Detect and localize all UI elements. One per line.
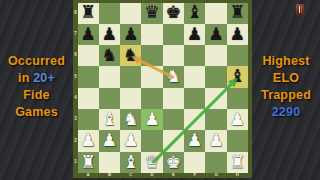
white-knight[interactable]: ♞ — [166, 68, 182, 86]
square-e1[interactable]: ♚ — [163, 152, 184, 173]
square-h3[interactable]: ♟ — [227, 109, 248, 130]
square-d7[interactable] — [141, 24, 162, 45]
square-h7[interactable]: ♟ — [227, 24, 248, 45]
square-g4[interactable] — [205, 88, 226, 109]
left-caption-line1: Occurred — [0, 53, 73, 70]
square-a3[interactable] — [78, 109, 99, 130]
square-g2[interactable]: ♟ — [205, 130, 226, 151]
square-d8[interactable]: ♛ — [141, 3, 162, 24]
square-e4[interactable] — [163, 88, 184, 109]
square-a8[interactable]: ♜ — [78, 3, 99, 24]
white-pawn[interactable]: ♟ — [229, 111, 245, 129]
file-label-H: H — [227, 173, 248, 177]
square-b1[interactable] — [99, 152, 120, 173]
square-c6[interactable]: ♞ — [120, 45, 141, 66]
left-caption-word-in: in — [18, 71, 30, 85]
file-label-F: F — [184, 173, 205, 177]
channel-logo-icon — [296, 4, 304, 15]
board-grid: ♜♛♚♝♜♟♟♟♟♟♟♞♞♞♝♝♞♟♟♟♟♟♟♟♜♝♛♚♜ — [78, 3, 249, 174]
square-d5[interactable] — [141, 66, 162, 87]
square-f5[interactable] — [184, 66, 205, 87]
right-caption-line2: ELO — [252, 70, 320, 87]
white-bishop[interactable]: ♝ — [123, 154, 139, 172]
right-caption-line1: Highest — [252, 53, 320, 70]
right-caption-line3: Trapped — [252, 87, 320, 104]
right-caption: Highest ELO Trapped 2290 — [252, 53, 320, 121]
square-d2[interactable] — [141, 130, 162, 151]
square-f6[interactable] — [184, 45, 205, 66]
square-b5[interactable] — [99, 66, 120, 87]
square-h2[interactable] — [227, 130, 248, 151]
white-pawn[interactable]: ♟ — [144, 111, 160, 129]
square-b7[interactable]: ♟ — [99, 24, 120, 45]
square-a7[interactable]: ♟ — [78, 24, 99, 45]
square-d6[interactable] — [141, 45, 162, 66]
square-b3[interactable]: ♝ — [99, 109, 120, 130]
square-f7[interactable]: ♟ — [184, 24, 205, 45]
file-label-C: C — [120, 173, 141, 177]
black-pawn[interactable]: ♟ — [208, 26, 224, 44]
black-bishop[interactable]: ♝ — [187, 4, 203, 22]
square-c5[interactable] — [120, 66, 141, 87]
black-queen[interactable]: ♛ — [144, 4, 160, 22]
square-e5[interactable]: ♞ — [163, 66, 184, 87]
square-h4[interactable] — [227, 88, 248, 109]
square-h1[interactable]: ♜ — [227, 152, 248, 173]
right-caption-elo-value: 2290 — [252, 104, 320, 121]
square-h8[interactable]: ♜ — [227, 3, 248, 24]
black-bishop[interactable]: ♝ — [229, 68, 245, 86]
square-b4[interactable] — [99, 88, 120, 109]
square-c1[interactable]: ♝ — [120, 152, 141, 173]
file-label-G: G — [205, 173, 226, 177]
square-a1[interactable]: ♜ — [78, 152, 99, 173]
file-label-A: A — [78, 173, 99, 177]
square-a5[interactable] — [78, 66, 99, 87]
chess-board: ♜♛♚♝♜♟♟♟♟♟♟♞♞♞♝♝♞♟♟♟♟♟♟♟♜♝♛♚♜ 87654321AB… — [73, 0, 252, 178]
white-pawn[interactable]: ♟ — [123, 132, 139, 150]
black-pawn[interactable]: ♟ — [102, 26, 118, 44]
square-b6[interactable]: ♞ — [99, 45, 120, 66]
square-g8[interactable] — [205, 3, 226, 24]
file-label-E: E — [163, 173, 184, 177]
square-b2[interactable]: ♟ — [99, 130, 120, 151]
square-a4[interactable] — [78, 88, 99, 109]
square-b8[interactable] — [99, 3, 120, 24]
square-f4[interactable] — [184, 88, 205, 109]
square-d3[interactable]: ♟ — [141, 109, 162, 130]
left-caption-line3: Fide — [0, 87, 73, 104]
square-g6[interactable] — [205, 45, 226, 66]
file-label-B: B — [99, 173, 120, 177]
square-c7[interactable]: ♟ — [120, 24, 141, 45]
square-h6[interactable] — [227, 45, 248, 66]
black-king[interactable]: ♚ — [166, 4, 182, 22]
white-knight[interactable]: ♞ — [123, 111, 139, 129]
square-h5[interactable]: ♝ — [227, 66, 248, 87]
white-queen[interactable]: ♛ — [144, 154, 160, 172]
left-caption-line4: Games — [0, 104, 73, 121]
square-f1[interactable] — [184, 152, 205, 173]
square-a6[interactable] — [78, 45, 99, 66]
square-g5[interactable] — [205, 66, 226, 87]
black-pawn[interactable]: ♟ — [229, 26, 245, 44]
square-e7[interactable] — [163, 24, 184, 45]
black-pawn[interactable]: ♟ — [187, 26, 203, 44]
square-c4[interactable] — [120, 88, 141, 109]
square-g1[interactable] — [205, 152, 226, 173]
left-caption: Occurred in 20+ Fide Games — [0, 53, 73, 121]
white-pawn[interactable]: ♟ — [187, 132, 203, 150]
white-pawn[interactable]: ♟ — [80, 132, 96, 150]
black-rook[interactable]: ♜ — [80, 4, 96, 22]
black-rook[interactable]: ♜ — [229, 4, 245, 22]
black-pawn[interactable]: ♟ — [123, 26, 139, 44]
left-caption-line2: in 20+ — [0, 70, 73, 87]
white-rook[interactable]: ♜ — [229, 154, 245, 172]
square-a2[interactable]: ♟ — [78, 130, 99, 151]
square-e8[interactable]: ♚ — [163, 3, 184, 24]
left-caption-games-count: 20+ — [33, 71, 55, 85]
square-g7[interactable]: ♟ — [205, 24, 226, 45]
black-knight[interactable]: ♞ — [102, 47, 118, 65]
square-c3[interactable]: ♞ — [120, 109, 141, 130]
square-d4[interactable] — [141, 88, 162, 109]
black-knight[interactable]: ♞ — [123, 47, 139, 65]
file-label-D: D — [141, 173, 162, 177]
square-c8[interactable] — [120, 3, 141, 24]
square-e2[interactable] — [163, 130, 184, 151]
square-f8[interactable]: ♝ — [184, 3, 205, 24]
white-bishop[interactable]: ♝ — [102, 111, 118, 129]
square-e6[interactable] — [163, 45, 184, 66]
white-rook[interactable]: ♜ — [80, 154, 96, 172]
black-pawn[interactable]: ♟ — [80, 26, 96, 44]
square-f3[interactable] — [184, 109, 205, 130]
square-d1[interactable]: ♛ — [141, 152, 162, 173]
square-f2[interactable]: ♟ — [184, 130, 205, 151]
white-pawn[interactable]: ♟ — [102, 132, 118, 150]
white-king[interactable]: ♚ — [166, 154, 182, 172]
square-e3[interactable] — [163, 109, 184, 130]
white-pawn[interactable]: ♟ — [208, 132, 224, 150]
square-g3[interactable] — [205, 109, 226, 130]
square-c2[interactable]: ♟ — [120, 130, 141, 151]
